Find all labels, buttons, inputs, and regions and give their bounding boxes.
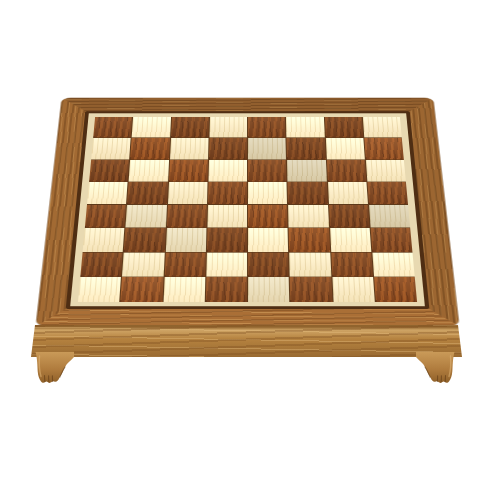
square-d1	[206, 277, 247, 302]
square-g7	[325, 138, 364, 159]
square-d2	[206, 252, 247, 276]
square-d7	[209, 138, 247, 159]
square-c5	[168, 182, 208, 204]
square-e2	[248, 252, 289, 276]
square-g3	[330, 228, 371, 251]
square-g6	[326, 160, 366, 182]
square-a4	[85, 205, 126, 228]
square-f3	[289, 228, 330, 251]
square-c6	[169, 160, 208, 182]
square-a1	[78, 277, 121, 302]
square-f6	[287, 160, 326, 182]
square-b5	[127, 182, 167, 204]
square-f5	[288, 182, 328, 204]
square-a3	[83, 228, 125, 251]
square-e6	[248, 160, 287, 182]
square-f1	[290, 277, 332, 302]
square-f7	[287, 138, 326, 159]
square-g8	[324, 117, 363, 138]
product-photo	[0, 0, 500, 497]
square-b3	[124, 228, 165, 251]
left-carved-foot	[34, 352, 76, 385]
square-e4	[248, 205, 288, 228]
square-g2	[331, 252, 373, 276]
square-f4	[288, 205, 328, 228]
square-a5	[87, 182, 128, 204]
square-e8	[248, 117, 286, 138]
square-e3	[248, 228, 288, 251]
board-front-face	[31, 325, 462, 357]
square-a2	[80, 252, 123, 276]
square-h1	[374, 277, 417, 302]
square-c4	[166, 205, 206, 228]
chess-board-grid	[78, 117, 417, 302]
square-d8	[209, 117, 247, 138]
square-d5	[208, 182, 247, 204]
square-g1	[332, 277, 375, 302]
square-b4	[126, 205, 167, 228]
square-b1	[121, 277, 164, 302]
square-d6	[208, 160, 247, 182]
square-b6	[129, 160, 169, 182]
square-h6	[366, 160, 406, 182]
square-c3	[165, 228, 206, 251]
board-scene	[0, 0, 500, 497]
square-f8	[286, 117, 324, 138]
square-b2	[122, 252, 164, 276]
square-h3	[370, 228, 412, 251]
square-h8	[363, 117, 402, 138]
square-d3	[207, 228, 247, 251]
right-carved-foot	[414, 352, 456, 385]
square-g4	[329, 205, 370, 228]
square-e1	[248, 277, 289, 302]
square-c8	[171, 117, 209, 138]
chess-board	[36, 98, 459, 326]
square-c2	[164, 252, 205, 276]
square-h5	[367, 182, 408, 204]
square-d4	[207, 205, 247, 228]
square-h4	[369, 205, 410, 228]
square-c1	[163, 277, 205, 302]
square-g5	[327, 182, 367, 204]
square-b8	[132, 117, 171, 138]
square-h7	[364, 138, 404, 159]
square-b7	[130, 138, 169, 159]
square-f2	[289, 252, 330, 276]
square-h2	[372, 252, 415, 276]
square-a8	[93, 117, 132, 138]
square-a6	[89, 160, 129, 182]
square-e5	[248, 182, 287, 204]
square-e7	[248, 138, 286, 159]
square-c7	[170, 138, 209, 159]
square-a7	[91, 138, 131, 159]
